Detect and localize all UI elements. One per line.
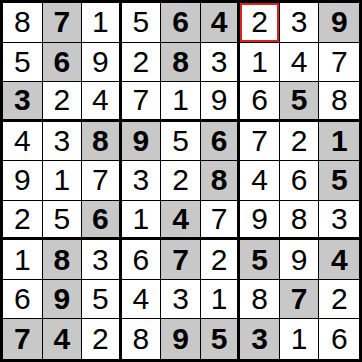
cell-r4c2[interactable]: 3 <box>43 122 83 162</box>
cell-r3c3[interactable]: 4 <box>82 82 122 122</box>
cell-r1c1[interactable]: 8 <box>3 3 43 43</box>
cell-r6c2[interactable]: 5 <box>43 201 83 241</box>
cell-r8c5[interactable]: 3 <box>161 280 201 320</box>
cell-r1c3[interactable]: 1 <box>82 3 122 43</box>
cell-r6c3[interactable]: 6 <box>82 201 122 241</box>
cell-r4c1[interactable]: 4 <box>3 122 43 162</box>
cell-r8c9[interactable]: 2 <box>319 280 359 320</box>
cell-r2c1[interactable]: 5 <box>3 43 43 83</box>
cell-r6c4[interactable]: 1 <box>122 201 162 241</box>
cell-r4c7[interactable]: 7 <box>240 122 280 162</box>
cell-r4c8[interactable]: 2 <box>280 122 320 162</box>
cell-r2c4[interactable]: 2 <box>122 43 162 83</box>
cell-r1c6[interactable]: 4 <box>201 3 241 43</box>
cell-r2c2[interactable]: 6 <box>43 43 83 83</box>
cell-r4c9[interactable]: 1 <box>319 122 359 162</box>
cell-r1c4[interactable]: 5 <box>122 3 162 43</box>
cell-r6c7[interactable]: 9 <box>240 201 280 241</box>
cell-r9c8[interactable]: 1 <box>280 319 320 359</box>
cell-r2c3[interactable]: 9 <box>82 43 122 83</box>
cell-r8c2[interactable]: 9 <box>43 280 83 320</box>
cell-r5c6[interactable]: 8 <box>201 161 241 201</box>
cell-r8c1[interactable]: 6 <box>3 280 43 320</box>
cell-r9c4[interactable]: 8 <box>122 319 162 359</box>
cell-r5c7[interactable]: 4 <box>240 161 280 201</box>
cell-r2c5[interactable]: 8 <box>161 43 201 83</box>
cell-r9c2[interactable]: 4 <box>43 319 83 359</box>
cell-r6c8[interactable]: 8 <box>280 201 320 241</box>
cell-r3c1[interactable]: 3 <box>3 82 43 122</box>
cell-r3c5[interactable]: 1 <box>161 82 201 122</box>
cell-r7c8[interactable]: 9 <box>280 240 320 280</box>
cell-r7c1[interactable]: 1 <box>3 240 43 280</box>
cell-r3c7[interactable]: 6 <box>240 82 280 122</box>
cell-r7c9[interactable]: 4 <box>319 240 359 280</box>
cell-r3c6[interactable]: 9 <box>201 82 241 122</box>
cell-r1c8[interactable]: 3 <box>280 3 320 43</box>
cell-r3c4[interactable]: 7 <box>122 82 162 122</box>
cell-r6c1[interactable]: 2 <box>3 201 43 241</box>
cell-r6c5[interactable]: 4 <box>161 201 201 241</box>
cell-r8c8[interactable]: 7 <box>280 280 320 320</box>
cell-r4c6[interactable]: 6 <box>201 122 241 162</box>
cell-r6c9[interactable]: 3 <box>319 201 359 241</box>
cell-r7c5[interactable]: 7 <box>161 240 201 280</box>
cell-r4c3[interactable]: 8 <box>82 122 122 162</box>
cell-r9c3[interactable]: 2 <box>82 319 122 359</box>
cell-r2c7[interactable]: 1 <box>240 43 280 83</box>
cell-r9c6[interactable]: 5 <box>201 319 241 359</box>
cell-r1c9[interactable]: 9 <box>319 3 359 43</box>
cell-r4c5[interactable]: 5 <box>161 122 201 162</box>
cell-r2c8[interactable]: 4 <box>280 43 320 83</box>
cell-r2c6[interactable]: 3 <box>201 43 241 83</box>
cell-r1c5[interactable]: 6 <box>161 3 201 43</box>
cell-r6c6[interactable]: 7 <box>201 201 241 241</box>
cell-r8c3[interactable]: 5 <box>82 280 122 320</box>
cell-r5c8[interactable]: 6 <box>280 161 320 201</box>
cell-r7c2[interactable]: 8 <box>43 240 83 280</box>
cell-r5c3[interactable]: 7 <box>82 161 122 201</box>
cell-r9c7[interactable]: 3 <box>240 319 280 359</box>
cell-r9c1[interactable]: 7 <box>3 319 43 359</box>
sudoku-board: 8715642395692831473247196584389567219173… <box>0 0 362 362</box>
cell-r9c5[interactable]: 9 <box>161 319 201 359</box>
cell-r5c2[interactable]: 1 <box>43 161 83 201</box>
cell-r8c6[interactable]: 1 <box>201 280 241 320</box>
cell-r1c7-selected[interactable]: 2 <box>240 3 280 43</box>
cell-r2c9[interactable]: 7 <box>319 43 359 83</box>
cell-r8c7[interactable]: 8 <box>240 280 280 320</box>
cell-r7c6[interactable]: 2 <box>201 240 241 280</box>
cell-r5c9[interactable]: 5 <box>319 161 359 201</box>
cell-r7c4[interactable]: 6 <box>122 240 162 280</box>
cell-r8c4[interactable]: 4 <box>122 280 162 320</box>
cell-r7c3[interactable]: 3 <box>82 240 122 280</box>
cell-r4c4[interactable]: 9 <box>122 122 162 162</box>
cell-r7c7[interactable]: 5 <box>240 240 280 280</box>
cell-r3c8[interactable]: 5 <box>280 82 320 122</box>
cell-r5c5[interactable]: 2 <box>161 161 201 201</box>
cell-r3c9[interactable]: 8 <box>319 82 359 122</box>
cell-r1c2[interactable]: 7 <box>43 3 83 43</box>
cell-r5c1[interactable]: 9 <box>3 161 43 201</box>
cell-r5c4[interactable]: 3 <box>122 161 162 201</box>
cell-r9c9[interactable]: 6 <box>319 319 359 359</box>
cell-r3c2[interactable]: 2 <box>43 82 83 122</box>
